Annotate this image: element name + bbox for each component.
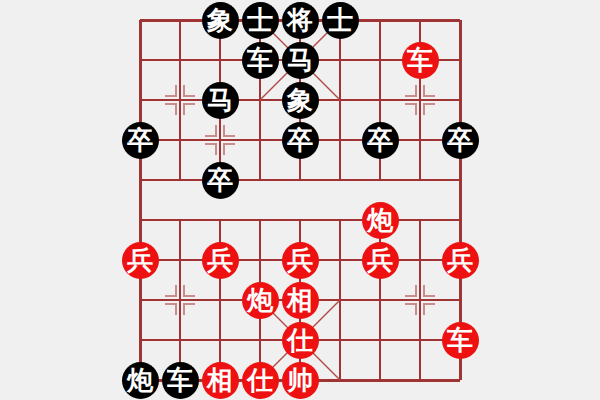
piece-red-soldier[interactable]: 兵	[122, 242, 159, 279]
piece-black-cannon[interactable]: 炮	[122, 362, 159, 399]
piece-black-general[interactable]: 将	[282, 2, 319, 39]
piece-red-elephant[interactable]: 相	[282, 282, 319, 319]
piece-red-advisor[interactable]: 仕	[242, 362, 279, 399]
piece-red-advisor[interactable]: 仕	[282, 322, 319, 359]
piece-black-horse[interactable]: 马	[282, 42, 319, 79]
piece-red-cannon[interactable]: 炮	[242, 282, 279, 319]
piece-red-elephant[interactable]: 相	[202, 362, 239, 399]
piece-black-elephant[interactable]: 象	[282, 82, 319, 119]
piece-red-soldier[interactable]: 兵	[282, 242, 319, 279]
piece-red-soldier[interactable]: 兵	[442, 242, 479, 279]
piece-black-elephant[interactable]: 象	[202, 2, 239, 39]
piece-black-soldier[interactable]: 卒	[202, 162, 239, 199]
piece-black-chariot[interactable]: 车	[242, 42, 279, 79]
piece-red-soldier[interactable]: 兵	[362, 242, 399, 279]
piece-black-soldier[interactable]: 卒	[122, 122, 159, 159]
xiangqi-app: 象士将士车马马象卒卒卒卒卒炮车车炮兵兵兵兵兵炮相仕车相仕帅	[0, 0, 600, 400]
piece-black-chariot[interactable]: 车	[162, 362, 199, 399]
piece-black-soldier[interactable]: 卒	[442, 122, 479, 159]
piece-red-cannon[interactable]: 炮	[362, 202, 399, 239]
piece-red-soldier[interactable]: 兵	[202, 242, 239, 279]
piece-red-chariot[interactable]: 车	[442, 322, 479, 359]
piece-black-advisor[interactable]: 士	[242, 2, 279, 39]
piece-black-soldier[interactable]: 卒	[362, 122, 399, 159]
piece-black-advisor[interactable]: 士	[322, 2, 359, 39]
xiangqi-board: 象士将士车马马象卒卒卒卒卒炮车车炮兵兵兵兵兵炮相仕车相仕帅	[0, 0, 600, 400]
piece-black-horse[interactable]: 马	[202, 82, 239, 119]
piece-red-chariot[interactable]: 车	[402, 42, 439, 79]
piece-red-general[interactable]: 帅	[282, 362, 319, 399]
piece-black-soldier[interactable]: 卒	[282, 122, 319, 159]
